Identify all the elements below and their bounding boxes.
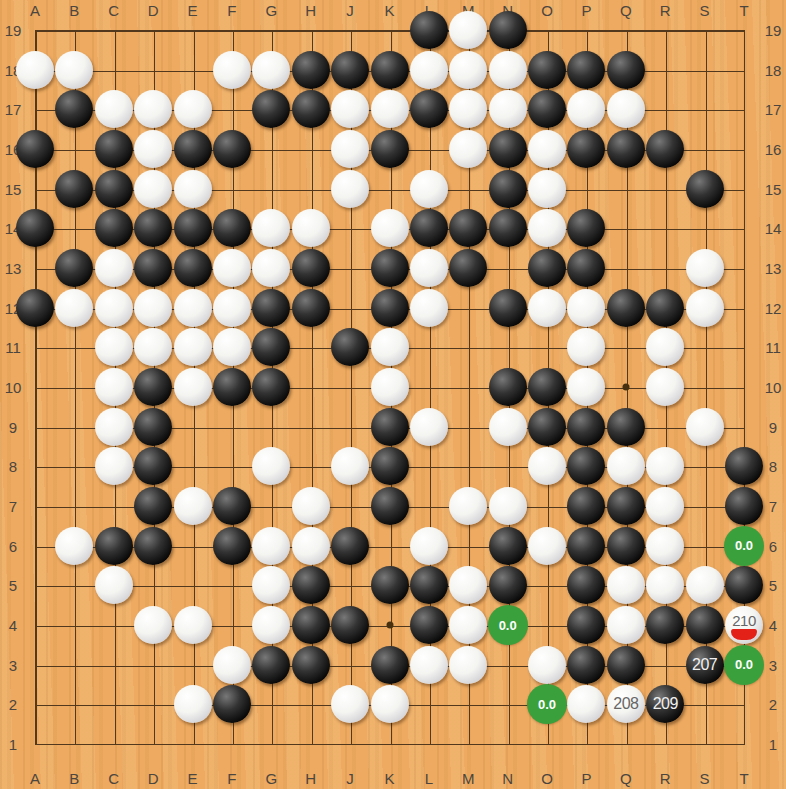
coord-label-left: 15 bbox=[5, 180, 22, 197]
stone-black bbox=[371, 289, 409, 327]
stone-black bbox=[371, 130, 409, 168]
stone-white bbox=[95, 90, 133, 128]
stone-black bbox=[528, 368, 566, 406]
coord-label-right: 1 bbox=[769, 736, 777, 753]
stone-white bbox=[174, 487, 212, 525]
stone-black bbox=[134, 527, 172, 565]
stone-black bbox=[489, 209, 527, 247]
move-number: 209 bbox=[646, 685, 684, 723]
coord-label-left: 3 bbox=[9, 656, 17, 673]
stone-black: 209 bbox=[646, 685, 684, 723]
stone-white bbox=[410, 408, 448, 446]
stone-black bbox=[489, 11, 527, 49]
stone-white bbox=[95, 249, 133, 287]
stone-black bbox=[252, 328, 290, 366]
stone-black bbox=[725, 566, 763, 604]
stone-black bbox=[489, 566, 527, 604]
stone-black bbox=[252, 289, 290, 327]
coord-label-top: J bbox=[346, 2, 354, 19]
coord-label-right: 3 bbox=[769, 656, 777, 673]
stone-white bbox=[174, 90, 212, 128]
stone-white bbox=[449, 566, 487, 604]
coord-label-bottom: Q bbox=[620, 770, 632, 787]
stone-white bbox=[95, 289, 133, 327]
stone-black bbox=[95, 209, 133, 247]
stone-black bbox=[371, 646, 409, 684]
stone-black bbox=[567, 447, 605, 485]
stone-black bbox=[607, 130, 645, 168]
coord-label-left: 1 bbox=[9, 736, 17, 753]
stone-white: 208 bbox=[607, 685, 645, 723]
score-marker-green[interactable]: 0.0 bbox=[724, 526, 764, 566]
coord-label-left: 11 bbox=[5, 339, 21, 356]
coord-label-bottom: S bbox=[700, 770, 710, 787]
coord-label-left: 17 bbox=[5, 101, 22, 118]
coord-label-left: 19 bbox=[5, 22, 22, 39]
coord-label-top: G bbox=[265, 2, 277, 19]
stone-white bbox=[134, 606, 172, 644]
stone-white bbox=[95, 408, 133, 446]
stone-white bbox=[331, 130, 369, 168]
stone-black bbox=[646, 606, 684, 644]
coord-label-left: 8 bbox=[9, 458, 17, 475]
stone-white bbox=[567, 685, 605, 723]
stone-white bbox=[174, 170, 212, 208]
coord-label-bottom: B bbox=[69, 770, 79, 787]
stone-black bbox=[16, 130, 54, 168]
coord-label-top: F bbox=[227, 2, 236, 19]
stone-black bbox=[331, 328, 369, 366]
stone-white bbox=[55, 51, 93, 89]
stone-black bbox=[55, 90, 93, 128]
coord-label-bottom: N bbox=[502, 770, 513, 787]
stone-white bbox=[646, 566, 684, 604]
stone-white bbox=[55, 289, 93, 327]
stone-white bbox=[252, 447, 290, 485]
stone-white bbox=[95, 368, 133, 406]
stone-black bbox=[213, 368, 251, 406]
stone-black bbox=[725, 447, 763, 485]
stone-white bbox=[16, 51, 54, 89]
coord-label-top: H bbox=[305, 2, 316, 19]
stone-white bbox=[213, 646, 251, 684]
stone-white bbox=[174, 328, 212, 366]
stone-white bbox=[95, 447, 133, 485]
stone-black bbox=[567, 249, 605, 287]
stone-white bbox=[449, 51, 487, 89]
coord-label-bottom: E bbox=[188, 770, 198, 787]
coord-label-right: 19 bbox=[765, 22, 782, 39]
stone-black bbox=[567, 209, 605, 247]
coord-label-bottom: P bbox=[581, 770, 591, 787]
stone-white bbox=[646, 368, 684, 406]
stone-white bbox=[292, 527, 330, 565]
stone-white bbox=[607, 447, 645, 485]
coord-label-top: O bbox=[541, 2, 553, 19]
stone-black bbox=[607, 487, 645, 525]
stone-white bbox=[567, 328, 605, 366]
stone-black bbox=[331, 527, 369, 565]
stone-black bbox=[134, 487, 172, 525]
coord-label-top: D bbox=[148, 2, 159, 19]
stone-white bbox=[134, 170, 172, 208]
stone-white bbox=[410, 249, 448, 287]
stone-black bbox=[489, 289, 527, 327]
stone-white bbox=[449, 487, 487, 525]
stone-black bbox=[252, 90, 290, 128]
stone-black bbox=[371, 51, 409, 89]
coord-label-top: K bbox=[384, 2, 394, 19]
stone-black bbox=[174, 249, 212, 287]
coord-label-bottom: F bbox=[227, 770, 236, 787]
stone-white bbox=[252, 51, 290, 89]
stone-black bbox=[567, 130, 605, 168]
coord-label-bottom: A bbox=[30, 770, 40, 787]
coord-label-right: 4 bbox=[769, 617, 777, 634]
stone-white bbox=[213, 328, 251, 366]
coord-label-right: 10 bbox=[765, 379, 782, 396]
stone-white bbox=[331, 447, 369, 485]
coord-label-right: 15 bbox=[765, 180, 782, 197]
stone-white bbox=[95, 328, 133, 366]
stone-white bbox=[686, 289, 724, 327]
stone-black bbox=[410, 90, 448, 128]
coord-label-right: 9 bbox=[769, 418, 777, 435]
stone-black bbox=[134, 209, 172, 247]
stone-white: 210 bbox=[725, 606, 763, 644]
stone-black bbox=[725, 487, 763, 525]
coord-label-bottom: G bbox=[265, 770, 277, 787]
star-point bbox=[622, 384, 629, 391]
stone-white bbox=[292, 487, 330, 525]
coord-label-right: 7 bbox=[769, 498, 777, 515]
coord-label-top: A bbox=[30, 2, 40, 19]
stone-white bbox=[528, 209, 566, 247]
stone-black bbox=[567, 646, 605, 684]
stone-white bbox=[528, 447, 566, 485]
stone-white bbox=[134, 90, 172, 128]
stone-white bbox=[686, 408, 724, 446]
coord-label-bottom: C bbox=[108, 770, 119, 787]
coord-label-right: 14 bbox=[765, 220, 782, 237]
score-marker-green[interactable]: 0.0 bbox=[488, 605, 528, 645]
stone-white bbox=[213, 289, 251, 327]
stone-black bbox=[449, 249, 487, 287]
stone-black bbox=[95, 170, 133, 208]
coord-label-top: Q bbox=[620, 2, 632, 19]
stone-white bbox=[371, 368, 409, 406]
coord-label-bottom: M bbox=[462, 770, 475, 787]
stone-white bbox=[410, 527, 448, 565]
stone-white bbox=[646, 527, 684, 565]
stone-white bbox=[528, 170, 566, 208]
stone-black bbox=[174, 209, 212, 247]
stone-black bbox=[95, 527, 133, 565]
stone-white bbox=[528, 289, 566, 327]
stone-black bbox=[607, 289, 645, 327]
stone-white bbox=[410, 289, 448, 327]
stone-black bbox=[292, 646, 330, 684]
coord-label-right: 17 bbox=[765, 101, 782, 118]
stone-black bbox=[292, 249, 330, 287]
stone-black bbox=[55, 170, 93, 208]
stone-white bbox=[646, 328, 684, 366]
coord-label-right: 8 bbox=[769, 458, 777, 475]
coord-label-right: 2 bbox=[769, 696, 777, 713]
stone-black bbox=[252, 646, 290, 684]
coord-label-bottom: T bbox=[739, 770, 748, 787]
coord-label-bottom: H bbox=[305, 770, 316, 787]
stone-white bbox=[252, 566, 290, 604]
stone-black bbox=[528, 51, 566, 89]
stone-white bbox=[449, 646, 487, 684]
stone-black bbox=[410, 566, 448, 604]
stone-black bbox=[371, 566, 409, 604]
coord-label-left: 10 bbox=[5, 379, 22, 396]
coord-label-bottom: L bbox=[425, 770, 433, 787]
stone-black bbox=[489, 170, 527, 208]
stone-white bbox=[646, 447, 684, 485]
stone-black bbox=[607, 646, 645, 684]
stone-white bbox=[449, 130, 487, 168]
coord-label-top: B bbox=[69, 2, 79, 19]
score-marker-green[interactable]: 0.0 bbox=[724, 645, 764, 685]
stone-black bbox=[528, 408, 566, 446]
stone-white bbox=[410, 51, 448, 89]
stone-white bbox=[174, 685, 212, 723]
stone-black bbox=[567, 566, 605, 604]
stone-black bbox=[449, 209, 487, 247]
stone-white bbox=[686, 566, 724, 604]
coord-label-top: E bbox=[188, 2, 198, 19]
coord-label-top: R bbox=[660, 2, 671, 19]
coord-label-bottom: J bbox=[346, 770, 354, 787]
stone-black bbox=[55, 249, 93, 287]
stone-black bbox=[410, 209, 448, 247]
stone-black bbox=[371, 408, 409, 446]
stone-black bbox=[686, 170, 724, 208]
coord-label-bottom: D bbox=[148, 770, 159, 787]
stone-white bbox=[371, 90, 409, 128]
stone-white bbox=[489, 487, 527, 525]
stone-white bbox=[252, 606, 290, 644]
stone-white bbox=[646, 487, 684, 525]
stone-black bbox=[371, 487, 409, 525]
stone-black bbox=[292, 90, 330, 128]
stone-white bbox=[567, 289, 605, 327]
coord-label-left: 5 bbox=[9, 577, 17, 594]
stone-black bbox=[292, 566, 330, 604]
coord-label-left: 6 bbox=[9, 537, 17, 554]
stone-white bbox=[607, 566, 645, 604]
stone-black bbox=[528, 90, 566, 128]
stone-white bbox=[528, 130, 566, 168]
coord-label-top: C bbox=[108, 2, 119, 19]
stone-white bbox=[252, 527, 290, 565]
stone-white bbox=[331, 170, 369, 208]
coord-label-right: 6 bbox=[769, 537, 777, 554]
stone-white bbox=[134, 289, 172, 327]
stone-white bbox=[331, 90, 369, 128]
stone-black bbox=[371, 447, 409, 485]
stone-white bbox=[134, 130, 172, 168]
stone-black bbox=[646, 130, 684, 168]
stone-black bbox=[292, 51, 330, 89]
stone-black: 207 bbox=[686, 646, 724, 684]
stone-white bbox=[213, 249, 251, 287]
stone-white bbox=[292, 209, 330, 247]
stone-black bbox=[134, 368, 172, 406]
coord-label-right: 13 bbox=[765, 260, 782, 277]
stone-black bbox=[607, 408, 645, 446]
coord-label-top: P bbox=[581, 2, 591, 19]
move-number: 208 bbox=[607, 685, 645, 723]
stone-white bbox=[331, 685, 369, 723]
coord-label-right: 5 bbox=[769, 577, 777, 594]
coord-label-right: 12 bbox=[765, 299, 782, 316]
move-number: 207 bbox=[686, 646, 724, 684]
stone-black bbox=[489, 368, 527, 406]
star-point bbox=[386, 622, 393, 629]
stone-black bbox=[213, 209, 251, 247]
stone-black bbox=[134, 447, 172, 485]
stone-white bbox=[449, 90, 487, 128]
stone-white bbox=[489, 90, 527, 128]
stone-black bbox=[16, 209, 54, 247]
stone-black bbox=[174, 130, 212, 168]
stone-black bbox=[292, 289, 330, 327]
coord-label-top: S bbox=[700, 2, 710, 19]
stone-white bbox=[528, 527, 566, 565]
stone-white bbox=[252, 249, 290, 287]
stone-white bbox=[410, 170, 448, 208]
stone-black bbox=[95, 130, 133, 168]
coord-label-right: 11 bbox=[765, 339, 781, 356]
stone-white bbox=[174, 289, 212, 327]
stone-black bbox=[213, 527, 251, 565]
stone-black bbox=[567, 527, 605, 565]
stone-black bbox=[331, 606, 369, 644]
coord-label-bottom: O bbox=[541, 770, 553, 787]
stone-black bbox=[646, 289, 684, 327]
coord-label-left: 13 bbox=[5, 260, 22, 277]
stone-white bbox=[449, 606, 487, 644]
stone-black bbox=[331, 51, 369, 89]
coord-label-left: 4 bbox=[9, 617, 17, 634]
stone-white bbox=[174, 368, 212, 406]
coord-label-left: 7 bbox=[9, 498, 17, 515]
stone-black bbox=[607, 527, 645, 565]
stone-white bbox=[489, 51, 527, 89]
stone-black bbox=[16, 289, 54, 327]
stone-white bbox=[134, 328, 172, 366]
stone-black bbox=[134, 249, 172, 287]
stone-white bbox=[410, 646, 448, 684]
stone-black bbox=[213, 685, 251, 723]
stone-white bbox=[567, 368, 605, 406]
stone-black bbox=[213, 130, 251, 168]
stone-white bbox=[686, 249, 724, 287]
stone-black bbox=[567, 51, 605, 89]
stone-white bbox=[567, 90, 605, 128]
stone-black bbox=[252, 368, 290, 406]
stone-white bbox=[371, 685, 409, 723]
stone-black bbox=[567, 606, 605, 644]
coord-label-bottom: R bbox=[660, 770, 671, 787]
stone-white bbox=[95, 566, 133, 604]
stone-white bbox=[528, 646, 566, 684]
stone-white bbox=[449, 11, 487, 49]
stone-black bbox=[489, 527, 527, 565]
stone-black bbox=[410, 606, 448, 644]
coord-label-left: 9 bbox=[9, 418, 17, 435]
stone-black bbox=[489, 130, 527, 168]
score-marker-green[interactable]: 0.0 bbox=[527, 684, 567, 724]
stone-white bbox=[489, 408, 527, 446]
stone-white bbox=[213, 51, 251, 89]
stone-white bbox=[371, 328, 409, 366]
stone-black bbox=[567, 408, 605, 446]
go-board[interactable]: AABBCCDDEEFFGGHHJJKKLLMMNNOOPPQQRRSSTT19… bbox=[0, 0, 786, 789]
coord-label-right: 16 bbox=[765, 141, 782, 158]
stone-black bbox=[410, 11, 448, 49]
stone-white bbox=[607, 606, 645, 644]
stone-black bbox=[134, 408, 172, 446]
stone-black bbox=[528, 249, 566, 287]
stone-white bbox=[174, 606, 212, 644]
coord-label-bottom: K bbox=[384, 770, 394, 787]
stone-black bbox=[371, 249, 409, 287]
coord-label-left: 2 bbox=[9, 696, 17, 713]
stone-white bbox=[55, 527, 93, 565]
stone-black bbox=[607, 51, 645, 89]
stone-white bbox=[371, 209, 409, 247]
stone-white bbox=[252, 209, 290, 247]
coord-label-right: 18 bbox=[765, 61, 782, 78]
stone-black bbox=[292, 606, 330, 644]
stone-black bbox=[213, 487, 251, 525]
stone-black bbox=[686, 606, 724, 644]
stone-white bbox=[607, 90, 645, 128]
stone-black bbox=[567, 487, 605, 525]
coord-label-top: T bbox=[739, 2, 748, 19]
